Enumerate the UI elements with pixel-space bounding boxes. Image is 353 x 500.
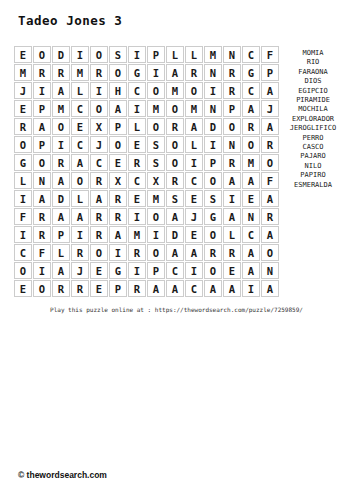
grid-cell: A [223, 208, 241, 225]
grid-cell: R [33, 226, 51, 243]
grid-cell: O [147, 118, 165, 135]
grid-cell: A [52, 172, 70, 189]
grid-cell: O [90, 100, 108, 117]
grid-cell: L [166, 46, 184, 63]
grid-cell: P [109, 280, 127, 297]
grid-cell: A [33, 118, 51, 135]
grid-cell: R [223, 64, 241, 81]
grid-cell: O [71, 172, 89, 189]
grid-cell: A [261, 280, 279, 297]
word-list-item: CASCO [277, 143, 349, 152]
copyright-text: © thewordsearch.com [18, 470, 107, 480]
grid-cell: R [33, 64, 51, 81]
grid-cell: R [128, 244, 146, 261]
grid-cell: D [52, 190, 70, 207]
grid-cell: M [71, 64, 89, 81]
grid-cell: R [166, 172, 184, 189]
grid-cell: G [242, 64, 260, 81]
grid-cell: G [14, 154, 32, 171]
grid-cell: O [52, 118, 70, 135]
grid-cell: M [242, 154, 260, 171]
grid-cell: O [14, 262, 32, 279]
grid-cell: D [52, 46, 70, 63]
grid-cell: O [14, 136, 32, 153]
grid-cell: J [185, 208, 203, 225]
word-list-item: JEROGLIFICO [277, 124, 349, 133]
grid-cell: L [14, 172, 32, 189]
grid-cell: O [204, 262, 222, 279]
grid-cell: O [33, 280, 51, 297]
grid-cell: L [71, 82, 89, 99]
grid-cell: I [147, 64, 165, 81]
grid-cell: A [71, 208, 89, 225]
grid-cell: G [109, 262, 127, 279]
word-list: MOMIARIOFARAONADIOSEGIPCIOPIRAMIDEMOCHIL… [277, 49, 349, 190]
grid-cell: M [14, 64, 32, 81]
grid-cell: O [147, 244, 165, 261]
word-list-item: PAPIRO [277, 171, 349, 180]
grid-cell: O [147, 208, 165, 225]
grid-cell: E [109, 154, 127, 171]
grid-cell: M [166, 82, 184, 99]
grid-cell: G [204, 208, 222, 225]
grid-cell: I [109, 244, 127, 261]
grid-cell: A [242, 244, 260, 261]
grid-cell: C [14, 244, 32, 261]
word-list-item: FARAONA [277, 68, 349, 77]
grid-cell: F [33, 244, 51, 261]
grid-cell: R [33, 208, 51, 225]
grid-cell: R [90, 172, 108, 189]
grid-cell: I [71, 226, 89, 243]
grid-cell: I [14, 190, 32, 207]
grid-cell: E [14, 46, 32, 63]
grid-cell: E [90, 280, 108, 297]
grid-cell: M [185, 100, 203, 117]
grid-cell: O [223, 118, 241, 135]
grid-cell: I [128, 262, 146, 279]
word-search-grid: EODIOSIPLLMNCFMRRMROGIARNRGPJIALIHCOMOIR… [14, 46, 279, 297]
word-list-item: MOMIA [277, 49, 349, 58]
grid-cell: I [71, 46, 89, 63]
grid-cell: P [33, 100, 51, 117]
grid-cell: R [90, 226, 108, 243]
grid-cell: J [90, 136, 108, 153]
grid-cell: A [185, 244, 203, 261]
grid-cell: M [204, 46, 222, 63]
word-list-item: NILO [277, 162, 349, 171]
grid-cell: R [223, 244, 241, 261]
grid-cell: M [147, 190, 165, 207]
word-list-item: DIOS [277, 77, 349, 86]
grid-cell: S [204, 190, 222, 207]
grid-cell: X [147, 172, 165, 189]
grid-cell: A [52, 262, 70, 279]
grid-cell: S [147, 136, 165, 153]
grid-cell: C [166, 262, 184, 279]
grid-cell: L [185, 136, 203, 153]
grid-cell: I [204, 82, 222, 99]
grid-cell: R [71, 280, 89, 297]
grid-cell: P [223, 100, 241, 117]
grid-cell: R [14, 118, 32, 135]
grid-cell: O [109, 64, 127, 81]
grid-cell: M [52, 100, 70, 117]
grid-cell: A [33, 190, 51, 207]
grid-cell: R [52, 280, 70, 297]
grid-cell: I [128, 100, 146, 117]
grid-cell: A [166, 280, 184, 297]
grid-cell: A [261, 190, 279, 207]
grid-cell: P [109, 118, 127, 135]
grid-cell: I [52, 136, 70, 153]
grid-cell: R [128, 280, 146, 297]
grid-cell: O [166, 154, 184, 171]
grid-cell: A [166, 208, 184, 225]
grid-cell: M [128, 226, 146, 243]
grid-cell: I [185, 262, 203, 279]
grid-cell: E [14, 100, 32, 117]
grid-cell: X [90, 118, 108, 135]
grid-cell: L [128, 118, 146, 135]
grid-cell: N [261, 262, 279, 279]
grid-cell: E [90, 262, 108, 279]
grid-cell: A [109, 100, 127, 117]
grid-cell: C [242, 82, 260, 99]
play-online-text: Play this puzzle online at : https://the… [0, 306, 353, 313]
grid-cell: R [90, 208, 108, 225]
word-list-item: PERRO [277, 134, 349, 143]
grid-cell: O [185, 82, 203, 99]
word-list-item: EGIPCIO [277, 87, 349, 96]
grid-cell: E [71, 118, 89, 135]
grid-cell: E [223, 262, 241, 279]
grid-cell: A [109, 226, 127, 243]
grid-cell: S [109, 46, 127, 63]
word-list-item: EXPLORADOR [277, 115, 349, 124]
grid-cell: I [90, 82, 108, 99]
puzzle-title: Tadeo Jones 3 [18, 13, 122, 28]
grid-cell: O [204, 172, 222, 189]
grid-cell: N [242, 208, 260, 225]
grid-cell: I [185, 154, 203, 171]
grid-cell: R [166, 118, 184, 135]
grid-cell: I [33, 262, 51, 279]
grid-cell: A [71, 154, 89, 171]
grid-cell: D [166, 226, 184, 243]
grid-cell: A [223, 172, 241, 189]
grid-cell: O [204, 226, 222, 243]
grid-cell: R [90, 64, 108, 81]
grid-cell: O [33, 46, 51, 63]
grid-cell: C [128, 82, 146, 99]
grid-cell: O [166, 100, 184, 117]
grid-cell: R [223, 82, 241, 99]
grid-cell: S [166, 190, 184, 207]
grid-cell: O [166, 136, 184, 153]
word-list-item: MOCHILA [277, 105, 349, 114]
grid-cell: O [109, 136, 127, 153]
grid-cell: L [223, 226, 241, 243]
grid-cell: E [14, 280, 32, 297]
grid-cell: N [223, 136, 241, 153]
grid-cell: R [109, 208, 127, 225]
grid-cell: E [185, 190, 203, 207]
grid-cell: P [33, 136, 51, 153]
grid-cell: N [204, 100, 222, 117]
grid-cell: A [52, 208, 70, 225]
grid-cell: E [185, 226, 203, 243]
grid-cell: I [14, 226, 32, 243]
grid-cell: A [223, 280, 241, 297]
grid-cell: O [33, 154, 51, 171]
grid-cell: C [128, 172, 146, 189]
grid-cell: C [185, 172, 203, 189]
grid-cell: P [204, 154, 222, 171]
grid-cell: I [128, 46, 146, 63]
grid-cell: C [242, 226, 260, 243]
grid-cell: R [223, 154, 241, 171]
grid-cell: P [52, 226, 70, 243]
grid-cell: O [90, 244, 108, 261]
grid-cell: L [185, 46, 203, 63]
grid-cell: R [128, 154, 146, 171]
grid-cell: C [242, 46, 260, 63]
grid-cell: O [147, 82, 165, 99]
grid-cell: E [242, 190, 260, 207]
grid-cell: A [242, 172, 260, 189]
grid-cell: I [147, 226, 165, 243]
grid-cell: L [71, 190, 89, 207]
grid-cell: A [52, 82, 70, 99]
grid-cell: N [204, 64, 222, 81]
grid-cell: A [261, 226, 279, 243]
grid-cell: A [242, 262, 260, 279]
grid-cell: M [147, 100, 165, 117]
grid-cell: R [204, 244, 222, 261]
grid-cell: H [109, 82, 127, 99]
word-list-item: RIO [277, 58, 349, 67]
grid-cell: O [261, 244, 279, 261]
grid-cell: R [109, 190, 127, 207]
grid-cell: R [71, 244, 89, 261]
grid-cell: E [128, 136, 146, 153]
puzzle-page: Tadeo Jones 3 EODIOSIPLLMNCFMRRMROGIARNR… [0, 0, 353, 500]
grid-cell: R [52, 154, 70, 171]
grid-cell: I [223, 190, 241, 207]
grid-cell: C [185, 280, 203, 297]
grid-cell: A [147, 280, 165, 297]
grid-cell: G [128, 64, 146, 81]
grid-cell: R [261, 208, 279, 225]
grid-cell: I [242, 280, 260, 297]
grid-cell: O [242, 136, 260, 153]
grid-cell: A [166, 244, 184, 261]
grid-cell: I [33, 82, 51, 99]
grid-cell: I [128, 208, 146, 225]
grid-cell: F [14, 208, 32, 225]
grid-cell: I [204, 136, 222, 153]
grid-cell: X [109, 172, 127, 189]
grid-cell: A [185, 118, 203, 135]
grid-cell: C [90, 154, 108, 171]
word-list-item: ESMERALDA [277, 181, 349, 190]
grid-cell: A [204, 280, 222, 297]
grid-cell: J [71, 262, 89, 279]
grid-cell: P [147, 46, 165, 63]
grid-cell: S [147, 154, 165, 171]
grid-cell: O [90, 46, 108, 63]
grid-cell: R [242, 118, 260, 135]
word-list-item: PIRAMIDE [277, 96, 349, 105]
grid-cell: L [52, 244, 70, 261]
grid-cell: C [71, 136, 89, 153]
grid-cell: A [242, 100, 260, 117]
grid-cell: A [90, 190, 108, 207]
grid-cell: A [166, 64, 184, 81]
grid-cell: R [185, 64, 203, 81]
grid-cell: D [204, 118, 222, 135]
grid-cell: R [52, 64, 70, 81]
grid-cell: N [223, 46, 241, 63]
grid-cell: C [71, 100, 89, 117]
word-list-item: PAJARO [277, 152, 349, 161]
grid-cell: P [147, 262, 165, 279]
grid-cell: E [128, 190, 146, 207]
grid-cell: N [33, 172, 51, 189]
grid-cell: J [14, 82, 32, 99]
